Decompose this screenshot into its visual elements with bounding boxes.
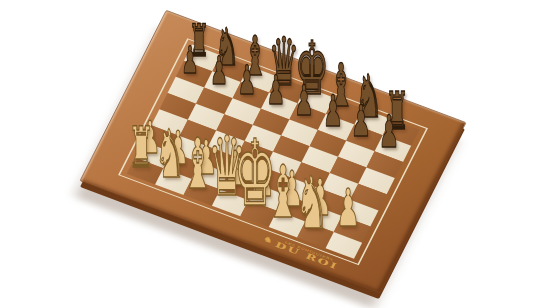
scene: ♞ LES ECHIQUIERS DU ROI ♜♞♝♛♚♝♞♜♟♟♟♟♟♟♟♟…	[0, 0, 533, 308]
chess-board: ♞ LES ECHIQUIERS DU ROI	[80, 10, 467, 293]
chevalier-logo-icon: ♞	[262, 235, 275, 245]
